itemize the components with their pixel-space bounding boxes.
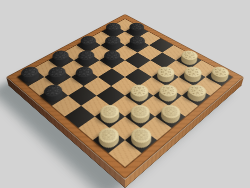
- square-r6c5[interactable]: [97, 86, 125, 106]
- scene: [0, 0, 250, 188]
- checkers-board[interactable]: [6, 14, 244, 179]
- square-r8c5[interactable]: [65, 106, 95, 128]
- square-r7c4[interactable]: [68, 86, 96, 106]
